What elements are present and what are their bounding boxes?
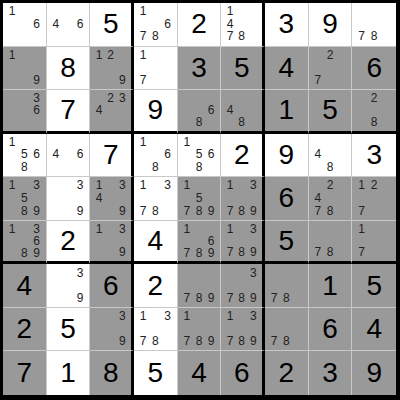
candidate-mark: 5 (193, 148, 205, 161)
cell-digit: 2 (3, 308, 46, 351)
candidate-mark: 3 (247, 223, 259, 235)
candidate-mark: 1 (181, 136, 193, 149)
candidate-mark: 8 (18, 247, 30, 259)
cell-digit: 6 (309, 308, 352, 351)
cell-r8c7[interactable]: 78 (265, 308, 309, 352)
cell-r7c1[interactable]: 4 (3, 264, 47, 308)
candidate-grid: 13789 (221, 221, 262, 262)
candidate-grid: 68 (178, 90, 221, 131)
candidate-mark: 1 (181, 179, 193, 192)
cell-r6c7[interactable]: 5 (265, 221, 309, 265)
cell-r6c2[interactable]: 2 (47, 221, 91, 265)
cell-digit: 8 (90, 351, 131, 395)
candidate-mark: 6 (74, 18, 86, 31)
cell-r4c9[interactable]: 3 (352, 134, 396, 178)
candidate-grid: 1568 (178, 134, 221, 177)
candidate-mark: 8 (193, 204, 205, 217)
candidate-grid: 36 (3, 90, 46, 131)
candidate-mark: 7 (312, 246, 324, 258)
cell-r9c7[interactable]: 2 (265, 351, 309, 395)
candidate-mark: 8 (236, 30, 248, 43)
cell-r4c6[interactable]: 2 (221, 134, 265, 178)
cell-r1c1[interactable]: 16 (3, 3, 47, 47)
candidate-mark: 7 (224, 335, 236, 348)
cell-digit: 2 (47, 221, 90, 262)
cell-r4c4[interactable]: 168 (134, 134, 178, 178)
cell-r8c1[interactable]: 2 (3, 308, 47, 352)
candidate-mark: 2 (368, 179, 381, 192)
cell-r7c9[interactable]: 5 (352, 264, 396, 308)
cell-r8c3[interactable]: 39 (90, 308, 134, 352)
candidate-mark: 5 (193, 192, 205, 205)
cell-digit: 4 (352, 308, 396, 351)
candidate-mark: 6 (161, 18, 173, 31)
candidate-mark: 7 (224, 291, 236, 304)
cell-r6c4[interactable]: 4 (134, 221, 178, 265)
candidate-grid: 17 (134, 47, 177, 90)
cell-digit: 2 (178, 3, 221, 46)
cell-digit: 8 (47, 47, 90, 90)
cell-r5c6[interactable]: 13789 (221, 177, 265, 221)
cell-digit: 1 (265, 90, 308, 131)
candidate-grid: 1378 (134, 177, 177, 220)
candidate-mark: 4 (224, 18, 236, 31)
candidate-mark: 8 (18, 161, 30, 174)
candidate-grid: 48 (221, 90, 262, 131)
candidate-grid: 39 (90, 308, 131, 351)
candidate-grid: 16 (3, 3, 46, 46)
candidate-mark: 8 (236, 204, 248, 217)
candidate-mark: 9 (247, 291, 259, 304)
candidate-mark: 8 (236, 291, 248, 304)
cell-r8c9[interactable]: 4 (352, 308, 396, 352)
cell-r1c2[interactable]: 46 (47, 3, 91, 47)
candidate-mark: 1 (6, 5, 18, 18)
cell-digit: 5 (221, 47, 262, 90)
cell-digit: 9 (309, 3, 352, 46)
candidate-mark: 9 (116, 246, 128, 258)
candidate-mark: 8 (324, 246, 336, 258)
candidate-mark: 7 (268, 335, 280, 348)
candidate-grid: 28 (352, 90, 396, 131)
cell-r9c6[interactable]: 6 (221, 351, 265, 395)
cell-r2c7[interactable]: 4 (265, 47, 309, 91)
cell-r9c2[interactable]: 1 (47, 351, 91, 395)
candidate-mark: 3 (30, 223, 42, 235)
cell-r3c4[interactable]: 9 (134, 90, 178, 134)
candidate-mark: 7 (355, 30, 368, 43)
candidate-mark: 1 (6, 49, 18, 62)
candidate-grid: 1678 (134, 3, 177, 46)
candidate-mark: 7 (137, 74, 149, 87)
cell-digit: 5 (134, 351, 177, 395)
cell-r2c3[interactable]: 129 (90, 47, 134, 91)
candidate-grid: 16789 (178, 221, 221, 262)
cell-r5c2[interactable]: 39 (47, 177, 91, 221)
candidate-mark: 9 (30, 204, 42, 217)
candidate-grid: 1349 (90, 177, 131, 220)
candidate-grid: 127 (352, 177, 396, 220)
candidate-mark: 1 (181, 223, 193, 235)
candidate-grid: 17 (352, 221, 396, 262)
cell-r4c8[interactable]: 48 (309, 134, 353, 178)
cell-r3c3[interactable]: 234 (90, 90, 134, 134)
cell-digit: 3 (309, 351, 352, 395)
candidate-mark: 7 (181, 335, 193, 348)
cell-r5c1[interactable]: 13589 (3, 177, 47, 221)
candidate-mark: 7 (137, 30, 149, 43)
candidate-mark: 2 (324, 49, 336, 62)
candidate-mark: 8 (149, 335, 161, 348)
candidate-mark: 3 (116, 223, 128, 235)
candidate-mark: 6 (161, 148, 173, 161)
candidate-mark: 4 (312, 192, 324, 205)
candidate-mark: 9 (116, 335, 128, 348)
candidate-mark: 7 (224, 204, 236, 217)
cell-r4c3[interactable]: 7 (90, 134, 134, 178)
candidate-mark: 3 (161, 310, 173, 323)
candidate-mark: 8 (236, 116, 248, 128)
cell-digit: 4 (265, 47, 308, 90)
candidate-mark: 8 (149, 204, 161, 217)
candidate-grid: 78 (265, 308, 308, 351)
cell-r2c4[interactable]: 17 (134, 47, 178, 91)
cell-r9c4[interactable]: 5 (134, 351, 178, 395)
candidate-mark: 8 (18, 204, 30, 217)
candidate-grid: 78 (352, 3, 396, 46)
cell-digit: 6 (221, 351, 262, 395)
cell-digit: 7 (47, 90, 90, 131)
candidate-mark: 6 (74, 148, 86, 161)
cell-digit: 9 (134, 90, 177, 131)
cell-r2c9[interactable]: 6 (352, 47, 396, 91)
cell-r4c7[interactable]: 9 (265, 134, 309, 178)
cell-r6c5[interactable]: 16789 (178, 221, 222, 265)
cell-digit: 3 (178, 47, 221, 90)
cell-r2c1[interactable]: 19 (3, 47, 47, 91)
candidate-mark: 1 (6, 136, 18, 149)
cell-r8c4[interactable]: 1378 (134, 308, 178, 352)
cell-r2c2[interactable]: 8 (47, 47, 91, 91)
candidate-mark: 5 (18, 148, 30, 161)
candidate-grid: 1378 (134, 308, 177, 351)
cell-digit: 5 (265, 221, 308, 262)
candidate-mark: 1 (137, 49, 149, 62)
candidate-grid: 234 (90, 90, 131, 131)
cell-digit: 5 (352, 264, 396, 307)
cell-r9c9[interactable]: 9 (352, 351, 396, 395)
candidate-mark: 1 (224, 310, 236, 323)
cell-digit: 2 (221, 134, 262, 177)
candidate-mark: 2 (368, 92, 381, 104)
cell-r3c7[interactable]: 1 (265, 90, 309, 134)
cell-r1c5[interactable]: 2 (178, 3, 222, 47)
cell-r5c7[interactable]: 6 (265, 177, 309, 221)
candidate-mark: 1 (224, 223, 236, 235)
candidate-mark: 1 (93, 223, 105, 235)
cell-digit: 5 (90, 3, 131, 46)
cell-r8c5[interactable]: 1789 (178, 308, 222, 352)
candidate-mark: 1 (181, 310, 193, 323)
candidate-mark: 9 (205, 204, 217, 217)
candidate-grid: 129 (90, 47, 131, 90)
cell-r7c5[interactable]: 789 (178, 264, 222, 308)
cell-digit: 3 (265, 3, 308, 46)
cell-r1c7[interactable]: 3 (265, 3, 309, 47)
candidate-grid: 78 (309, 221, 352, 262)
candidate-mark: 2 (105, 49, 117, 62)
cell-r9c1[interactable]: 7 (3, 351, 47, 395)
candidate-grid: 39 (47, 264, 90, 307)
candidate-mark: 8 (368, 116, 381, 128)
candidate-mark: 1 (93, 179, 105, 192)
cell-r9c3[interactable]: 8 (90, 351, 134, 395)
candidate-mark: 8 (149, 161, 161, 174)
candidate-grid: 1478 (221, 3, 262, 46)
candidate-mark: 1 (137, 179, 149, 192)
candidate-mark: 7 (224, 246, 236, 258)
candidate-grid: 2478 (309, 177, 352, 220)
cell-digit: 7 (90, 134, 131, 177)
candidate-mark: 8 (193, 116, 205, 128)
cell-digit: 6 (265, 177, 308, 220)
candidate-mark: 4 (224, 104, 236, 116)
cell-r9c8[interactable]: 3 (309, 351, 353, 395)
candidate-grid: 39 (47, 177, 90, 220)
cell-r4c1[interactable]: 1568 (3, 134, 47, 178)
candidate-mark: 3 (116, 179, 128, 192)
candidate-mark: 4 (93, 104, 105, 116)
cell-r1c6[interactable]: 1478 (221, 3, 265, 47)
cell-r4c5[interactable]: 1568 (178, 134, 222, 178)
candidate-grid: 789 (178, 264, 221, 307)
cell-digit: 1 (309, 264, 352, 307)
candidate-mark: 1 (137, 5, 149, 18)
cell-r3c9[interactable]: 28 (352, 90, 396, 134)
cell-r1c3[interactable]: 5 (90, 3, 134, 47)
candidate-mark: 1 (224, 179, 236, 192)
cell-r3c6[interactable]: 48 (221, 90, 265, 134)
candidate-mark: 4 (50, 18, 62, 31)
candidate-mark: 1 (224, 5, 236, 18)
candidate-mark: 9 (74, 204, 86, 217)
candidate-mark: 9 (205, 335, 217, 348)
candidate-mark: 9 (74, 291, 86, 304)
candidate-mark: 7 (312, 204, 324, 217)
candidate-mark: 9 (205, 291, 217, 304)
candidate-mark: 7 (224, 30, 236, 43)
cell-r4c2[interactable]: 46 (47, 134, 91, 178)
candidate-mark: 5 (18, 192, 30, 205)
candidate-mark: 8 (236, 246, 248, 258)
candidate-mark: 9 (30, 74, 42, 87)
cell-r7c4[interactable]: 2 (134, 264, 178, 308)
candidate-mark: 8 (193, 161, 205, 174)
cell-r3c1[interactable]: 36 (3, 90, 47, 134)
candidate-mark: 9 (30, 247, 42, 259)
candidate-grid: 13689 (3, 221, 46, 262)
candidate-mark: 7 (268, 291, 280, 304)
cell-digit: 1 (47, 351, 90, 395)
cell-digit: 5 (47, 308, 90, 351)
cell-r3c2[interactable]: 7 (47, 90, 91, 134)
cell-r6c3[interactable]: 139 (90, 221, 134, 265)
candidate-grid: 13589 (3, 177, 46, 220)
candidate-grid: 46 (47, 134, 90, 177)
candidate-mark: 6 (205, 148, 217, 161)
candidate-mark: 7 (137, 335, 149, 348)
cell-digit: 9 (265, 134, 308, 177)
candidate-grid: 48 (309, 134, 352, 177)
cell-digit: 6 (90, 264, 131, 307)
cell-r7c7[interactable]: 78 (265, 264, 309, 308)
candidate-mark: 4 (50, 148, 62, 161)
cell-r2c8[interactable]: 27 (309, 47, 353, 91)
candidate-grid: 168 (134, 134, 177, 177)
candidate-mark: 9 (247, 335, 259, 348)
candidate-mark: 1 (355, 223, 368, 235)
candidate-mark: 7 (355, 246, 368, 258)
cell-r5c5[interactable]: 15789 (178, 177, 222, 221)
candidate-mark: 3 (247, 179, 259, 192)
cell-r1c9[interactable]: 78 (352, 3, 396, 47)
cell-r3c5[interactable]: 68 (178, 90, 222, 134)
candidate-mark: 8 (324, 161, 336, 174)
candidate-mark: 9 (116, 74, 128, 87)
candidate-grid: 78 (265, 264, 308, 307)
cell-r2c5[interactable]: 3 (178, 47, 222, 91)
candidate-mark: 3 (116, 310, 128, 323)
cell-r7c8[interactable]: 1 (309, 264, 353, 308)
candidate-mark: 8 (193, 291, 205, 304)
candidate-mark: 6 (30, 104, 42, 116)
cell-digit: 2 (134, 264, 177, 307)
cell-digit: 2 (265, 351, 308, 395)
cell-r8c6[interactable]: 13789 (221, 308, 265, 352)
cell-digit: 4 (134, 221, 177, 262)
candidate-mark: 7 (355, 204, 368, 217)
candidate-mark: 7 (137, 204, 149, 217)
candidate-mark: 1 (6, 179, 18, 192)
cell-r6c8[interactable]: 78 (309, 221, 353, 265)
candidate-mark: 3 (74, 266, 86, 279)
cell-r3c8[interactable]: 5 (309, 90, 353, 134)
candidate-mark: 6 (30, 148, 42, 161)
cell-r6c1[interactable]: 13689 (3, 221, 47, 265)
candidate-mark: 3 (74, 179, 86, 192)
cell-r8c8[interactable]: 6 (309, 308, 353, 352)
candidate-mark: 8 (193, 335, 205, 348)
candidate-mark: 3 (161, 179, 173, 192)
candidate-mark: 2 (105, 92, 117, 104)
candidate-mark: 9 (205, 247, 217, 259)
candidate-grid: 1568 (3, 134, 46, 177)
cell-r2c6[interactable]: 5 (221, 47, 265, 91)
candidate-grid: 19 (3, 47, 46, 90)
candidate-mark: 8 (236, 335, 248, 348)
candidate-mark: 8 (280, 291, 292, 304)
cell-digit: 3 (352, 134, 396, 177)
candidate-grid: 46 (47, 3, 90, 46)
sudoku-board: 1646516782147839781981291735427636723496… (0, 0, 400, 400)
candidate-mark: 1 (6, 223, 18, 235)
candidate-grid: 3789 (221, 264, 262, 307)
candidate-mark: 7 (181, 291, 193, 304)
cell-r5c3[interactable]: 1349 (90, 177, 134, 221)
candidate-mark: 7 (181, 247, 193, 259)
cell-digit: 6 (352, 47, 396, 90)
cell-digit: 5 (309, 90, 352, 131)
candidate-mark: 1 (137, 136, 149, 149)
candidate-mark: 9 (247, 246, 259, 258)
cell-r6c6[interactable]: 13789 (221, 221, 265, 265)
cell-digit: 9 (352, 351, 396, 395)
cell-r7c3[interactable]: 6 (90, 264, 134, 308)
cell-digit: 7 (3, 351, 46, 395)
candidate-mark: 9 (116, 204, 128, 217)
candidate-mark: 3 (247, 310, 259, 323)
cell-digit: 4 (3, 264, 46, 307)
cell-r7c2[interactable]: 39 (47, 264, 91, 308)
candidate-mark: 1 (355, 179, 368, 192)
candidate-mark: 3 (116, 92, 128, 104)
candidate-mark: 6 (30, 18, 42, 31)
candidate-grid: 1789 (178, 308, 221, 351)
cell-r8c2[interactable]: 5 (47, 308, 91, 352)
candidate-mark: 7 (312, 74, 324, 87)
cell-r7c6[interactable]: 3789 (221, 264, 265, 308)
candidate-mark: 6 (205, 104, 217, 116)
candidate-mark: 1 (137, 310, 149, 323)
candidate-mark: 4 (93, 192, 105, 205)
candidate-mark: 8 (193, 247, 205, 259)
candidate-grid: 15789 (178, 177, 221, 220)
candidate-mark: 3 (247, 266, 259, 279)
candidate-mark: 2 (324, 179, 336, 192)
candidate-mark: 4 (312, 148, 324, 161)
cell-r5c9[interactable]: 127 (352, 177, 396, 221)
cell-r1c8[interactable]: 9 (309, 3, 353, 47)
candidate-grid: 27 (309, 47, 352, 90)
candidate-mark: 6 (205, 235, 217, 247)
cell-r5c8[interactable]: 2478 (309, 177, 353, 221)
cell-r5c4[interactable]: 1378 (134, 177, 178, 221)
candidate-mark: 9 (247, 204, 259, 217)
candidate-mark: 8 (368, 30, 381, 43)
candidate-mark: 7 (181, 204, 193, 217)
cell-digit: 4 (178, 351, 221, 395)
candidate-grid: 139 (90, 221, 131, 262)
cell-r9c5[interactable]: 4 (178, 351, 222, 395)
candidate-mark: 3 (30, 179, 42, 192)
candidate-grid: 13789 (221, 308, 262, 351)
candidate-mark: 1 (93, 49, 105, 62)
candidate-mark: 8 (324, 204, 336, 217)
cell-r1c4[interactable]: 1678 (134, 3, 178, 47)
candidate-mark: 8 (149, 30, 161, 43)
candidate-mark: 8 (280, 335, 292, 348)
cell-r6c9[interactable]: 17 (352, 221, 396, 265)
candidate-mark: 6 (30, 235, 42, 247)
candidate-grid: 13789 (221, 177, 262, 220)
